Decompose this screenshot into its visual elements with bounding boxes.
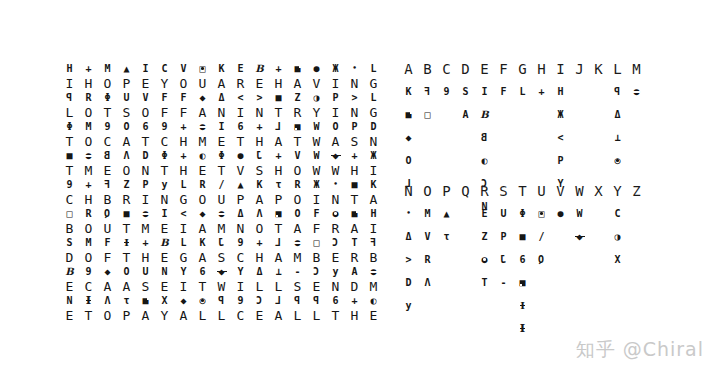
plaintext-letter: N [136,163,155,177]
cipher-symbol-mirrored-b: B [98,148,117,163]
symbol-glyph: ◑ [614,232,620,242]
plaintext-letter: H [250,134,269,148]
plaintext-letter: R [117,192,136,206]
plaintext-letter: N [250,105,269,119]
symbol-glyph: ■ [519,232,525,242]
plaintext-letter: E [136,76,155,90]
cipher-symbol-R: R [79,206,98,221]
cipher-symbol-mirrored-l: L [269,293,288,308]
symbol-glyph: I [218,122,224,132]
plaintext-letter: H [269,163,288,177]
cipher-symbol-filled-circle-white-bar: ● [288,235,307,250]
symbol-glyph: D [405,278,411,288]
cipher-grid: H+M▲ICV□KEB+■●Ж•LIHOPEYOUAREHAVINGPRΦUVF… [60,61,383,322]
cipher-symbol-Y: Y [231,264,250,279]
cipher-symbol-M: M [79,119,98,134]
cipher-symbol-I: I [136,61,155,76]
cipher-symbol-mirrored-l: L [269,235,288,250]
plaintext-letter: C [60,192,79,206]
plaintext-letter: E [155,279,174,293]
key-letter-X: X [589,180,608,202]
symbol-glyph: F [313,209,319,219]
cipher-symbol-small-dot: • [345,61,364,76]
cipher-symbol-tau: τ [269,177,288,192]
cipher-symbol-script-b: B [250,61,269,76]
symbol-glyph: B [160,238,168,248]
key-symbol-B-empty [418,149,437,172]
cipher-symbol-I: I [155,206,174,221]
plaintext-letter: C [231,250,250,264]
cipher-symbol-P: P [345,119,364,134]
symbol-glyph: M [85,122,91,132]
cipher-symbol-nine: 9 [231,235,250,250]
symbol-glyph: Δ [237,209,243,219]
cipher-symbol-Y: Y [174,264,193,279]
plaintext-letter: M [288,250,307,264]
cipher-symbol-E: E [231,61,250,76]
plaintext-letter: L [269,279,288,293]
cipher-symbol-filled-square: ■ [345,177,364,192]
key-symbol-N-open-triangle: Δ [399,225,418,248]
symbol-glyph: A [351,267,357,277]
symbol-glyph: ■ [351,209,357,219]
symbol-glyph: F [370,238,376,248]
key-symbol-D-empty [456,126,475,149]
symbol-glyph: Ж [557,110,563,120]
symbol-glyph: J [218,238,224,248]
plaintext-letter: W [212,279,231,293]
key-symbol-T-circle-with-vertical-bar: Φ [513,202,532,225]
plaintext-letter: B [364,250,383,264]
symbol-glyph: Q [104,209,110,219]
key-symbol-R-filled-circle-white-dot: ● [475,248,494,271]
symbol-glyph: y [332,267,338,277]
cipher-symbol-W: W [307,148,326,163]
symbol-glyph: F [161,93,167,103]
key-symbol-O-empty [418,294,437,317]
plaintext-letter: A [136,308,155,322]
symbol-glyph: X [161,296,167,306]
symbol-glyph: P [351,122,357,132]
cipher-symbol-plus: + [174,148,193,163]
key-symbol-G-L: L [513,80,532,103]
symbol-glyph: + [85,180,91,190]
plaintext-letter: T [117,221,136,235]
key-symbol-N-empty [399,317,418,340]
key-symbol-T-i-with-mid-bar: I [513,294,532,317]
key-symbol-G-empty [513,103,532,126]
key-symbol-R-T: T [475,271,494,294]
symbol-glyph: ● [142,209,148,219]
key-symbol-X-empty [589,271,608,294]
key-symbol-I-x-with-vertical-strokes: Ж [551,103,570,126]
key-symbol-V-filled-circle: ● [551,202,570,225]
cipher-symbol-nine: 9 [98,119,117,134]
key-letter-R: R [475,180,494,202]
key-symbol-N-gt: > [399,248,418,271]
plaintext-letter: Y [155,308,174,322]
symbol-glyph: ■ [275,209,281,219]
plaintext-letter: A [269,134,288,148]
plaintext-letter: O [79,221,98,235]
plaintext-letter: F [174,105,193,119]
symbol-glyph: L [180,238,186,248]
plaintext-letter: N [155,192,174,206]
symbol-glyph: 6 [237,122,243,132]
cipher-symbol-O: O [288,206,307,221]
symbol-glyph: C [614,209,620,219]
watermark: 知乎 @Chiral [576,337,704,363]
cipher-symbol-L: L [364,90,383,105]
plaintext-letter: N [345,76,364,90]
key-symbol-Z-empty [627,248,646,271]
key-symbol-U-empty [532,294,551,317]
symbol-glyph: Z [481,232,487,242]
plaintext-letter: E [60,308,79,322]
plaintext-letter: G [364,76,383,90]
cipher-symbol-square-with-center-dot: □ [193,61,212,76]
plaintext-letter: A [212,76,231,90]
symbol-glyph: + [275,151,281,161]
symbol-glyph: ■ [275,93,281,103]
plaintext-letter: L [212,308,231,322]
key-letter-K: K [589,58,608,80]
key-symbol-Z-empty [627,225,646,248]
plaintext-letter: P [117,308,136,322]
plaintext-letter: M [364,279,383,293]
cipher-symbol-mirrored-j: J [250,148,269,163]
cipher-symbol-four-point-star: ◆ [174,293,193,308]
key-symbol-M-filled-circle-white-bar: ● [627,80,646,103]
plaintext-letter: A [117,134,136,148]
plaintext-letter: D [345,279,364,293]
symbol-glyph: 9 [161,122,167,132]
plaintext-letter: A [345,221,364,235]
plaintext-letter: I [326,105,345,119]
key-letter-E: E [475,58,494,80]
symbol-glyph: O [294,209,300,219]
key-symbol-O-lambda: Λ [418,271,437,294]
cipher-symbol-U: U [136,264,155,279]
plaintext-letter: H [174,163,193,177]
key-symbol-X-empty [589,202,608,225]
cipher-symbol-filled-square: ■ [269,90,288,105]
plaintext-letter: Y [155,76,174,90]
symbol-glyph: ◆ [405,133,411,143]
cipher-symbol-circle-with-center-dot: ○ [193,293,212,308]
cipher-symbol-plus: + [79,177,98,192]
key-symbol-Q-empty [456,271,475,294]
symbol-glyph: R [199,180,205,190]
cipher-symbol-row-2: PRΦUVFF◆Δ<>■Z◑P>L [60,90,383,105]
plaintext-letter: O [136,105,155,119]
key-symbol-J-empty [570,80,589,103]
symbol-glyph: ■ [351,180,357,190]
symbol-glyph: • [406,210,410,217]
symbol-glyph: X [614,255,620,265]
symbol-glyph: Φ [161,151,167,161]
cipher-symbol-O: O [326,119,345,134]
cipher-symbol-plus: + [345,293,364,308]
plaintext-row-1: IHOPEYOUAREHAVING [60,76,383,90]
cipher-symbol-filled-circle: ● [231,148,250,163]
symbol-glyph: □ [424,110,430,120]
symbol-glyph: + [275,64,281,74]
cipher-symbol-row-6: □RQ■●I<◆●ΔΛ■OF●■H [60,206,383,221]
key-symbol-S-P: P [494,225,513,248]
plaintext-letter: O [98,308,117,322]
symbol-glyph: 9 [443,87,449,97]
symbol-glyph: Λ [424,278,430,288]
key-letter-U: U [532,180,551,202]
cipher-symbol-six: 6 [231,119,250,134]
plaintext-letter: I [307,192,326,206]
key-symbol-C-empty [437,103,456,126]
plaintext-letter: V [231,163,250,177]
key-symbol-N-small-dot: • [399,202,418,225]
symbol-glyph: 6 [519,255,525,265]
plaintext-letter: T [269,221,288,235]
plaintext-letter: N [231,221,250,235]
key-symbol-S-mirrored-j: J [494,248,513,271]
key-symbol-S-U: U [494,202,513,225]
symbol-glyph: ▲ [237,180,243,190]
symbol-glyph: + [351,296,357,306]
symbol-glyph: ◆ [218,267,224,277]
symbol-glyph: P [557,156,563,166]
cipher-symbol-x-with-vertical-strokes: Ж [326,61,345,76]
symbol-glyph: N [161,267,167,277]
cipher-symbol-slash: / [212,177,231,192]
symbol-glyph: ■ [66,151,72,161]
key-symbol-F-empty [494,149,513,172]
symbol-glyph: τ [123,296,129,306]
plaintext-letter: O [193,192,212,206]
symbol-glyph: L [519,87,525,97]
plaintext-letter: U [212,192,231,206]
key-symbol-A-O: O [399,149,418,172]
plaintext-letter: S [250,163,269,177]
symbol-glyph: B [480,110,488,120]
key-symbol-W-diamond-with-horizontal-bar: ◆ [570,225,589,248]
cipher-symbol-O: O [117,119,136,134]
plaintext-letter: M [136,221,155,235]
symbol-glyph: Φ [104,93,110,103]
cipher-symbol-i-with-mid-bar: I [117,235,136,250]
plaintext-letter: M [79,163,98,177]
plaintext-letter: S [212,250,231,264]
symbol-glyph: ■ [123,209,129,219]
symbol-glyph: V [294,151,300,161]
cipher-symbol-F: F [174,90,193,105]
plaintext-letter: H [79,192,98,206]
plaintext-letter: N [326,192,345,206]
plaintext-letter: T [345,192,364,206]
key-symbol-K-empty [589,80,608,103]
symbol-glyph: ◆ [199,93,205,103]
key-symbol-Y-circle-right-half-black: ◑ [608,225,627,248]
plaintext-letter: D [60,250,79,264]
symbol-glyph: □ [538,209,544,219]
symbol-glyph: ■ [142,296,148,306]
cipher-symbol-nine: 9 [155,119,174,134]
symbol-glyph: L [370,64,376,74]
key-symbol-E-I: I [475,80,494,103]
symbol-glyph: Z [123,180,129,190]
key-symbol-S-empty [494,317,513,340]
plaintext-letter: G [364,105,383,119]
symbol-glyph: Δ [256,267,262,277]
cipher-symbol-R: R [79,90,98,105]
plaintext-letter: R [288,105,307,119]
cipher-symbol-row-8: B9◆OUNY6◆YΔ⊥-CyA● [60,264,383,279]
key-symbol-U-square-with-center-dot: □ [532,202,551,225]
key-symbol-U-empty [532,317,551,340]
symbol-glyph: Ж [370,151,376,161]
cipher-symbol-filled-circle-white-dot: ● [326,206,345,221]
symbol-glyph: 9 [237,238,243,248]
key-symbol-M-empty [627,149,646,172]
symbol-glyph: P [614,87,620,97]
key-symbol-K-empty [589,149,608,172]
symbol-glyph: 9 [237,296,243,306]
key-letter-G: G [513,58,532,80]
cipher-symbol-H: H [60,61,79,76]
symbol-glyph: O [332,122,338,132]
key-symbol-W-empty [570,294,589,317]
key-symbol-J-empty [570,149,589,172]
plaintext-letter: A [193,221,212,235]
cipher-symbol-plus: + [269,61,288,76]
plaintext-letter: W [307,134,326,148]
key-symbol-V-empty [551,271,570,294]
key-symbol-N-D: D [399,271,418,294]
symbol-glyph: R [424,255,430,265]
cipher-symbol-nine: 9 [231,293,250,308]
symbol-glyph: 9 [85,267,91,277]
plaintext-letter: S [117,105,136,119]
key-symbol-R-empty [475,317,494,340]
symbol-glyph: Λ [123,151,129,161]
key-symbol-O-M: M [418,202,437,225]
key-symbol-G-empty [513,149,532,172]
symbol-glyph: ○ [614,156,620,166]
symbol-glyph: O [123,122,129,132]
plaintext-letter: F [155,105,174,119]
symbol-glyph: B [481,133,487,143]
cipher-symbol-mirrored-c: C [250,293,269,308]
cipher-symbol-plus: + [250,235,269,250]
cipher-symbol-lambda: Λ [117,148,136,163]
symbol-glyph: I [481,87,487,97]
plaintext-letter: O [250,221,269,235]
key-symbol-Z-empty [627,202,646,225]
cipher-symbol-filled-circle-white-bar: ● [79,148,98,163]
symbol-glyph: < [557,133,563,143]
symbol-glyph: K [218,64,224,74]
symbol-glyph: 6 [332,296,338,306]
plaintext-letter: E [326,250,345,264]
plaintext-letter: N [364,134,383,148]
symbol-glyph: + [180,122,186,132]
cipher-symbol-O: O [117,264,136,279]
key-symbol-R-empty [475,294,494,317]
symbol-glyph: ▲ [123,64,129,74]
plaintext-letter: W [307,163,326,177]
cipher-symbol-open-triangle: Δ [231,206,250,221]
symbol-glyph: / [218,180,224,190]
symbol-glyph: M [104,64,110,74]
symbol-glyph: V [424,232,430,242]
key-symbol-E-mirrored-b: B [475,126,494,149]
cipher-symbol-perpendicular: ⊥ [269,264,288,279]
symbol-glyph: I [142,64,148,74]
cipher-symbol-small-dot: • [326,177,345,192]
cipher-symbol-P: P [326,90,345,105]
symbol-glyph: E [237,64,243,74]
plaintext-letter: T [326,308,345,322]
cipher-symbol-X: X [155,293,174,308]
plaintext-letter: A [98,279,117,293]
key-symbol-Q-empty [456,317,475,340]
symbol-glyph: L [180,180,186,190]
symbol-glyph: ◐ [481,156,487,166]
key-symbol-E-script-b: B [475,103,494,126]
plaintext-letter: T [155,163,174,177]
symbol-glyph: W [313,122,319,132]
symbol-glyph: ● [218,209,224,219]
symbol-glyph: P [500,232,506,242]
key-symbol-I-P: P [551,149,570,172]
plaintext-letter: A [250,192,269,206]
key-symbol-Q-empty [456,248,475,271]
cipher-symbol-mirrored-p: P [288,293,307,308]
plaintext-letter: H [345,163,364,177]
symbol-glyph: 9 [66,180,72,190]
symbol-glyph: Φ [519,209,525,219]
cipher-symbol-filled-circle: ● [307,61,326,76]
key-letter-D: D [456,58,475,80]
symbol-glyph: U [500,209,506,219]
plaintext-letter: O [79,105,98,119]
key-symbol-W-empty [570,248,589,271]
key-symbol-U-slash: / [532,225,551,248]
cipher-symbol-filled-circle-white-bar: ● [136,206,155,221]
symbol-glyph: Λ [256,209,262,219]
plaintext-row-5: CHBRINGOUPAPOINTA [60,192,383,206]
cipher-symbol-mirrored-p: P [60,90,79,105]
plaintext-letter: H [79,76,98,90]
plaintext-letter: R [345,250,364,264]
symbol-glyph: I [520,301,525,311]
cipher-symbol-filled-triangle: ▲ [231,177,250,192]
plaintext-letter: O [98,76,117,90]
cipher-symbol-plus: + [250,119,269,134]
symbol-glyph: τ [443,232,449,242]
symbol-glyph: > [351,93,357,103]
cipher-symbol-mirrored-p: P [212,293,231,308]
cipher-symbol-script-b: B [155,235,174,250]
plaintext-letter: T [60,134,79,148]
symbol-glyph: ● [481,255,487,265]
key-symbol-X-empty [589,225,608,248]
symbol-glyph: P [332,93,338,103]
plaintext-letter: A [288,221,307,235]
cipher-symbol-six: 6 [326,293,345,308]
cipher-symbol-open-triangle: Δ [212,90,231,105]
key-symbol-T-six: 6 [513,248,532,271]
symbol-glyph: □ [66,209,72,219]
